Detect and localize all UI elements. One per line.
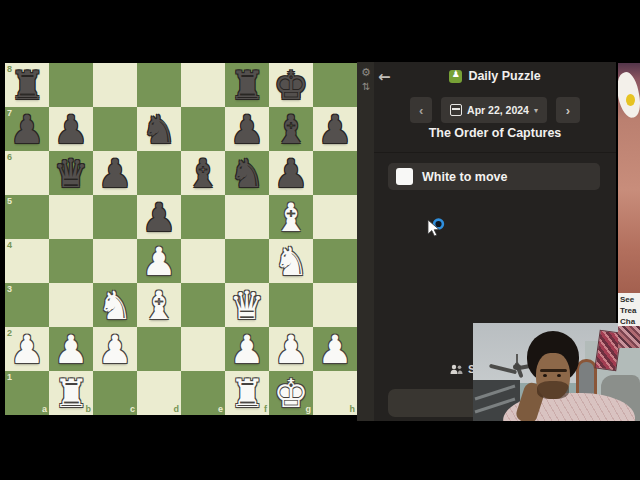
thumbnail-text: See Trea Cha — [618, 293, 640, 326]
square-f6[interactable]: ♞ — [225, 151, 269, 195]
square-h7[interactable]: ♟ — [313, 107, 357, 151]
square-g1[interactable]: g♚ — [269, 371, 313, 415]
square-a7[interactable]: 7♟ — [5, 107, 49, 151]
square-d2[interactable] — [137, 327, 181, 371]
daily-puzzle-icon: ♟ — [449, 70, 462, 83]
file-label-a: a — [42, 405, 47, 414]
square-g5[interactable]: ♝ — [269, 195, 313, 239]
square-g6[interactable]: ♟ — [269, 151, 313, 195]
chess-board[interactable]: 8♜♜♚7♟♟♞♟♝♟6♛♟♝♞♟5♟♝4♟♞3♞♝♛2♟♟♟♟♟♟1ab♜cd… — [5, 63, 357, 415]
people-icon — [450, 364, 463, 375]
rank-label-5: 5 — [7, 197, 12, 206]
square-d3[interactable]: ♝ — [137, 283, 181, 327]
square-h1[interactable]: h — [313, 371, 357, 415]
previous-puzzle-button[interactable]: ‹ — [410, 97, 432, 123]
square-g2[interactable]: ♟ — [269, 327, 313, 371]
chevron-down-icon: ▾ — [534, 106, 538, 115]
square-a2[interactable]: 2♟ — [5, 327, 49, 371]
square-f5[interactable] — [225, 195, 269, 239]
square-d4[interactable]: ♟ — [137, 239, 181, 283]
webcam-overlay — [473, 323, 640, 421]
square-g4[interactable]: ♞ — [269, 239, 313, 283]
file-label-d: d — [174, 405, 180, 414]
piece-black-pawn[interactable]: ♟ — [137, 195, 181, 239]
square-b4[interactable] — [49, 239, 93, 283]
date-picker-button[interactable]: Apr 22, 2024 ▾ — [441, 97, 547, 123]
square-c2[interactable]: ♟ — [93, 327, 137, 371]
square-b1[interactable]: b♜ — [49, 371, 93, 415]
square-b5[interactable] — [49, 195, 93, 239]
flip-board-icon[interactable]: ⇅ — [362, 81, 370, 92]
date-navigation: ‹ Apr 22, 2024 ▾ › — [374, 97, 616, 123]
square-e7[interactable] — [181, 107, 225, 151]
piece-black-pawn[interactable]: ♟ — [269, 151, 313, 195]
square-c3[interactable]: ♞ — [93, 283, 137, 327]
square-e5[interactable] — [181, 195, 225, 239]
square-e3[interactable] — [181, 283, 225, 327]
piece-white-bishop[interactable]: ♝ — [269, 195, 313, 239]
next-puzzle-button[interactable]: › — [556, 97, 580, 123]
thumbnail-image — [618, 63, 640, 293]
file-label-h: h — [350, 405, 356, 414]
square-c4[interactable] — [93, 239, 137, 283]
square-b7[interactable]: ♟ — [49, 107, 93, 151]
to-move-label: White to move — [422, 170, 507, 184]
square-e1[interactable]: e — [181, 371, 225, 415]
square-f2[interactable]: ♟ — [225, 327, 269, 371]
square-d8[interactable] — [137, 63, 181, 107]
square-h5[interactable] — [313, 195, 357, 239]
settings-gear-icon[interactable]: ⚙ — [361, 66, 371, 79]
piece-white-knight[interactable]: ♞ — [93, 283, 137, 327]
square-a6[interactable]: 6 — [5, 151, 49, 195]
piece-black-knight[interactable]: ♞ — [225, 151, 269, 195]
to-move-panel: White to move — [388, 163, 600, 190]
square-h4[interactable] — [313, 239, 357, 283]
piece-white-rook[interactable]: ♜ — [225, 371, 269, 415]
square-c6[interactable]: ♟ — [93, 151, 137, 195]
piece-white-rook[interactable]: ♜ — [49, 371, 93, 415]
video-thumbnail-strip[interactable]: See Trea Cha — [618, 63, 640, 348]
file-label-e: e — [218, 405, 223, 414]
square-h3[interactable] — [313, 283, 357, 327]
piece-black-pawn[interactable]: ♟ — [5, 107, 49, 151]
piece-white-pawn[interactable]: ♟ — [225, 327, 269, 371]
piece-black-bishop[interactable]: ♝ — [269, 107, 313, 151]
puzzle-date: Apr 22, 2024 — [467, 104, 529, 116]
square-h6[interactable] — [313, 151, 357, 195]
mouse-cursor — [426, 216, 448, 238]
square-f4[interactable] — [225, 239, 269, 283]
piece-black-pawn[interactable]: ♟ — [313, 107, 357, 151]
piece-white-pawn[interactable]: ♟ — [269, 327, 313, 371]
white-side-icon — [396, 168, 413, 185]
square-e4[interactable] — [181, 239, 225, 283]
square-e6[interactable]: ♝ — [181, 151, 225, 195]
square-b8[interactable] — [49, 63, 93, 107]
square-b6[interactable]: ♛ — [49, 151, 93, 195]
square-f3[interactable]: ♛ — [225, 283, 269, 327]
thumbnail-mosaic — [618, 326, 640, 348]
square-c8[interactable] — [93, 63, 137, 107]
square-a8[interactable]: 8♜ — [5, 63, 49, 107]
square-f7[interactable]: ♟ — [225, 107, 269, 151]
square-d5[interactable]: ♟ — [137, 195, 181, 239]
square-d1[interactable]: d — [137, 371, 181, 415]
piece-white-queen[interactable]: ♛ — [225, 283, 269, 327]
piece-white-pawn[interactable]: ♟ — [137, 239, 181, 283]
piece-black-pawn[interactable]: ♟ — [49, 107, 93, 151]
piece-black-rook[interactable]: ♜ — [225, 63, 269, 107]
piece-white-bishop[interactable]: ♝ — [137, 283, 181, 327]
file-label-c: c — [130, 405, 135, 414]
square-c5[interactable] — [93, 195, 137, 239]
square-b2[interactable]: ♟ — [49, 327, 93, 371]
square-h8[interactable] — [313, 63, 357, 107]
piece-black-pawn[interactable]: ♟ — [225, 107, 269, 151]
screen: 8♜♜♚7♟♟♞♟♝♟6♛♟♝♞♟5♟♝4♟♞3♞♝♛2♟♟♟♟♟♟1ab♜cd… — [0, 0, 640, 480]
piece-white-pawn[interactable]: ♟ — [93, 327, 137, 371]
divider — [374, 152, 616, 153]
piece-black-queen[interactable]: ♛ — [49, 151, 93, 195]
piece-black-knight[interactable]: ♞ — [137, 107, 181, 151]
square-f8[interactable]: ♜ — [225, 63, 269, 107]
puzzle-title: The Order of Captures — [374, 126, 616, 140]
rank-label-3: 3 — [7, 285, 12, 294]
square-c1[interactable]: c — [93, 371, 137, 415]
square-g3[interactable] — [269, 283, 313, 327]
piece-black-king[interactable]: ♚ — [269, 63, 313, 107]
square-d6[interactable] — [137, 151, 181, 195]
calendar-icon — [450, 104, 462, 116]
square-h2[interactable]: ♟ — [313, 327, 357, 371]
square-g7[interactable]: ♝ — [269, 107, 313, 151]
square-a5[interactable]: 5 — [5, 195, 49, 239]
square-a4[interactable]: 4 — [5, 239, 49, 283]
piece-white-pawn[interactable]: ♟ — [49, 327, 93, 371]
square-e2[interactable] — [181, 327, 225, 371]
rank-label-1: 1 — [7, 373, 12, 382]
piece-white-king[interactable]: ♚ — [269, 371, 313, 415]
sidebar-header: ♟ Daily Puzzle — [374, 67, 616, 85]
square-g8[interactable]: ♚ — [269, 63, 313, 107]
square-a1[interactable]: 1a — [5, 371, 49, 415]
square-d7[interactable]: ♞ — [137, 107, 181, 151]
rank-label-6: 6 — [7, 153, 12, 162]
square-c7[interactable] — [93, 107, 137, 151]
sidebar-title: Daily Puzzle — [468, 69, 540, 83]
board-tools-strip: ⚙ ⇅ — [357, 62, 374, 421]
square-f1[interactable]: f♜ — [225, 371, 269, 415]
rank-label-4: 4 — [7, 241, 12, 250]
piece-black-rook[interactable]: ♜ — [5, 63, 49, 107]
square-b3[interactable] — [49, 283, 93, 327]
square-e8[interactable] — [181, 63, 225, 107]
piece-white-pawn[interactable]: ♟ — [5, 327, 49, 371]
piece-white-knight[interactable]: ♞ — [269, 239, 313, 283]
piece-white-pawn[interactable]: ♟ — [313, 327, 357, 371]
piece-black-pawn[interactable]: ♟ — [93, 151, 137, 195]
square-a3[interactable]: 3 — [5, 283, 49, 327]
piece-black-bishop[interactable]: ♝ — [181, 151, 225, 195]
